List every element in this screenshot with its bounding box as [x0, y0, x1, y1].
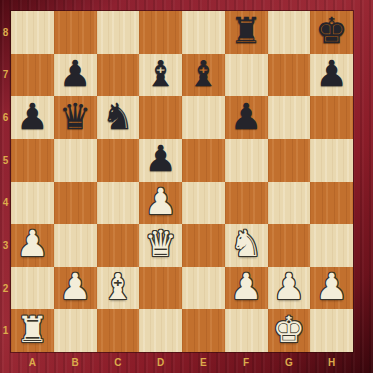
square-e4[interactable] — [182, 182, 225, 225]
rank-label-6: 6 — [0, 96, 11, 139]
square-h8[interactable]: ♚ — [310, 11, 353, 54]
black-queen-b6[interactable]: ♛ — [59, 99, 91, 135]
square-f7[interactable] — [225, 54, 268, 97]
white-pawn-f2[interactable]: ♟ — [230, 269, 262, 305]
chessboard-diagram: ♜♚♟♝♝♟♟♛♞♟♟♟♟♛♞♟♝♟♟♟♜♚ 87654321 ABCDEFGH — [0, 0, 373, 373]
square-b6[interactable]: ♛ — [54, 96, 97, 139]
white-knight-f3[interactable]: ♞ — [230, 226, 262, 262]
black-pawn-b7[interactable]: ♟ — [59, 56, 91, 92]
square-e1[interactable] — [182, 309, 225, 352]
square-f8[interactable]: ♜ — [225, 11, 268, 54]
black-pawn-d5[interactable]: ♟ — [144, 141, 176, 177]
square-h2[interactable]: ♟ — [310, 267, 353, 310]
square-b4[interactable] — [54, 182, 97, 225]
square-c6[interactable]: ♞ — [97, 96, 140, 139]
square-a5[interactable] — [11, 139, 54, 182]
square-a2[interactable] — [11, 267, 54, 310]
square-f4[interactable] — [225, 182, 268, 225]
black-bishop-d7[interactable]: ♝ — [144, 56, 176, 92]
rank-label-1: 1 — [0, 309, 11, 352]
square-h3[interactable] — [310, 224, 353, 267]
square-b2[interactable]: ♟ — [54, 267, 97, 310]
square-c4[interactable] — [97, 182, 140, 225]
square-a1[interactable]: ♜ — [11, 309, 54, 352]
square-g7[interactable] — [268, 54, 311, 97]
rank-label-4: 4 — [0, 182, 11, 225]
white-rook-a1[interactable]: ♜ — [16, 312, 48, 348]
chess-board: ♜♚♟♝♝♟♟♛♞♟♟♟♟♛♞♟♝♟♟♟♜♚ — [11, 11, 353, 352]
black-pawn-f6[interactable]: ♟ — [230, 99, 262, 135]
square-d8[interactable] — [139, 11, 182, 54]
rank-label-7: 7 — [0, 54, 11, 97]
rank-labels: 87654321 — [0, 11, 11, 352]
square-h6[interactable] — [310, 96, 353, 139]
square-f1[interactable] — [225, 309, 268, 352]
file-label-e: E — [182, 352, 225, 373]
square-a8[interactable] — [11, 11, 54, 54]
rank-label-5: 5 — [0, 139, 11, 182]
square-e7[interactable]: ♝ — [182, 54, 225, 97]
square-a6[interactable]: ♟ — [11, 96, 54, 139]
black-pawn-h7[interactable]: ♟ — [315, 56, 347, 92]
square-c5[interactable] — [97, 139, 140, 182]
white-pawn-b2[interactable]: ♟ — [59, 269, 91, 305]
black-king-h8[interactable]: ♚ — [315, 13, 347, 49]
square-a4[interactable] — [11, 182, 54, 225]
rank-label-2: 2 — [0, 267, 11, 310]
square-d7[interactable]: ♝ — [139, 54, 182, 97]
square-e2[interactable] — [182, 267, 225, 310]
rank-label-3: 3 — [0, 224, 11, 267]
square-c3[interactable] — [97, 224, 140, 267]
file-label-b: B — [54, 352, 97, 373]
square-c2[interactable]: ♝ — [97, 267, 140, 310]
square-b3[interactable] — [54, 224, 97, 267]
black-pawn-a6[interactable]: ♟ — [16, 99, 48, 135]
square-d1[interactable] — [139, 309, 182, 352]
square-f5[interactable] — [225, 139, 268, 182]
square-b1[interactable] — [54, 309, 97, 352]
file-label-h: H — [310, 352, 353, 373]
square-e6[interactable] — [182, 96, 225, 139]
square-f6[interactable]: ♟ — [225, 96, 268, 139]
white-pawn-g2[interactable]: ♟ — [273, 269, 305, 305]
file-label-f: F — [225, 352, 268, 373]
black-knight-c6[interactable]: ♞ — [102, 99, 134, 135]
square-d5[interactable]: ♟ — [139, 139, 182, 182]
white-king-g1[interactable]: ♚ — [273, 312, 305, 348]
file-label-g: G — [268, 352, 311, 373]
square-d6[interactable] — [139, 96, 182, 139]
square-g4[interactable] — [268, 182, 311, 225]
file-labels: ABCDEFGH — [11, 352, 353, 373]
file-label-a: A — [11, 352, 54, 373]
square-g6[interactable] — [268, 96, 311, 139]
square-e5[interactable] — [182, 139, 225, 182]
white-pawn-a3[interactable]: ♟ — [16, 226, 48, 262]
square-h7[interactable]: ♟ — [310, 54, 353, 97]
file-label-c: C — [97, 352, 140, 373]
square-e8[interactable] — [182, 11, 225, 54]
square-h5[interactable] — [310, 139, 353, 182]
square-b5[interactable] — [54, 139, 97, 182]
square-a7[interactable] — [11, 54, 54, 97]
square-g8[interactable] — [268, 11, 311, 54]
square-d2[interactable] — [139, 267, 182, 310]
square-b8[interactable] — [54, 11, 97, 54]
square-f2[interactable]: ♟ — [225, 267, 268, 310]
square-f3[interactable]: ♞ — [225, 224, 268, 267]
square-d3[interactable]: ♛ — [139, 224, 182, 267]
file-label-d: D — [139, 352, 182, 373]
square-e3[interactable] — [182, 224, 225, 267]
square-a3[interactable]: ♟ — [11, 224, 54, 267]
square-h4[interactable] — [310, 182, 353, 225]
square-c1[interactable] — [97, 309, 140, 352]
black-rook-f8[interactable]: ♜ — [230, 13, 262, 49]
black-bishop-e7[interactable]: ♝ — [187, 56, 219, 92]
square-g2[interactable]: ♟ — [268, 267, 311, 310]
white-pawn-h2[interactable]: ♟ — [315, 269, 347, 305]
square-g1[interactable]: ♚ — [268, 309, 311, 352]
square-c7[interactable] — [97, 54, 140, 97]
square-d4[interactable]: ♟ — [139, 182, 182, 225]
square-b7[interactable]: ♟ — [54, 54, 97, 97]
square-g5[interactable] — [268, 139, 311, 182]
white-bishop-c2[interactable]: ♝ — [102, 269, 134, 305]
white-pawn-d4[interactable]: ♟ — [144, 184, 176, 220]
square-g3[interactable] — [268, 224, 311, 267]
square-c8[interactable] — [97, 11, 140, 54]
square-h1[interactable] — [310, 309, 353, 352]
rank-label-8: 8 — [0, 11, 11, 54]
white-queen-d3[interactable]: ♛ — [144, 226, 176, 262]
